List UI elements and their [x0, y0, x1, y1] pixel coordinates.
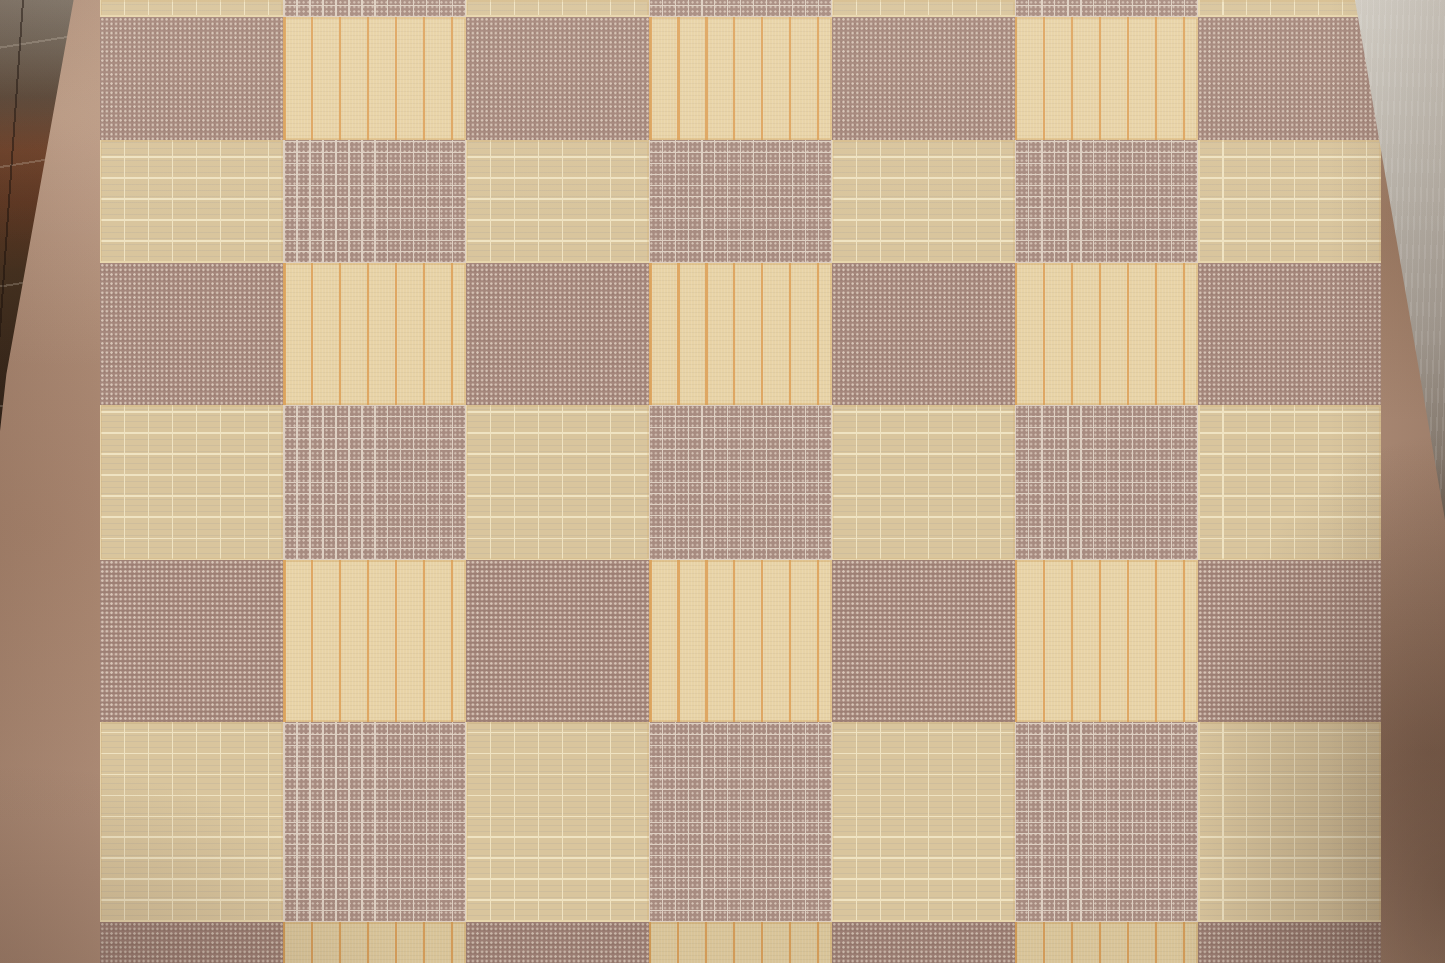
board-square	[100, 722, 283, 922]
board-square	[1198, 922, 1381, 963]
board-square	[283, 560, 466, 722]
board-square	[1198, 0, 1381, 17]
board-square	[649, 922, 832, 963]
board-square	[100, 922, 283, 963]
board-square	[1198, 17, 1381, 140]
board-square	[649, 405, 832, 560]
board-square	[100, 560, 283, 722]
board-square	[1015, 560, 1198, 722]
board-square	[283, 263, 466, 405]
board-square	[466, 922, 649, 963]
board-square	[649, 560, 832, 722]
board-square	[1198, 405, 1381, 560]
board-square	[100, 17, 283, 140]
board-square	[1015, 922, 1198, 963]
board-square	[832, 17, 1015, 140]
board-square	[283, 922, 466, 963]
board-square	[283, 140, 466, 263]
board-square	[1015, 722, 1198, 922]
board-square	[832, 922, 1015, 963]
board-square	[100, 405, 283, 560]
board-square	[466, 140, 649, 263]
board-square	[1198, 140, 1381, 263]
board-square	[466, 722, 649, 922]
board-square	[832, 140, 1015, 263]
board-square	[1015, 17, 1198, 140]
board-square	[100, 140, 283, 263]
board-square	[100, 263, 283, 405]
board-square	[1015, 0, 1198, 17]
board-square	[1015, 405, 1198, 560]
board-square	[832, 560, 1015, 722]
board-square	[466, 0, 649, 17]
checkerboard-field	[100, 0, 1381, 963]
board-square	[649, 0, 832, 17]
board-square	[283, 17, 466, 140]
board-square	[283, 722, 466, 922]
board-square	[466, 405, 649, 560]
board-square	[832, 263, 1015, 405]
board-square	[832, 405, 1015, 560]
board-square	[283, 405, 466, 560]
board-square	[649, 17, 832, 140]
board-square	[283, 0, 466, 17]
board-square	[649, 263, 832, 405]
board-square	[832, 0, 1015, 17]
board-square	[832, 722, 1015, 922]
board-square	[1015, 263, 1198, 405]
scene	[0, 0, 1445, 963]
board-square	[466, 17, 649, 140]
board-square	[466, 263, 649, 405]
board-square	[649, 722, 832, 922]
board-square	[1198, 263, 1381, 405]
board-square	[1198, 722, 1381, 922]
board-square	[466, 560, 649, 722]
board-square	[649, 140, 832, 263]
board-square	[1198, 560, 1381, 722]
board-square	[100, 0, 283, 17]
board-square	[1015, 140, 1198, 263]
